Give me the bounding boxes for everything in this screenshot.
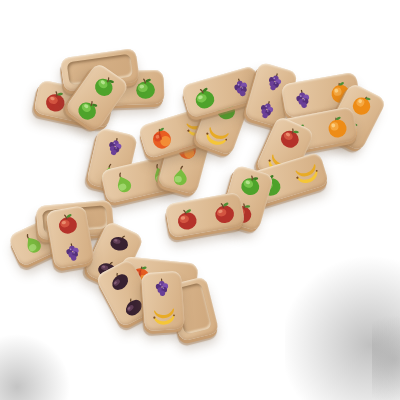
banana-icon [289,157,323,191]
red-apple-icon [52,208,82,238]
grapes-icon [287,83,318,114]
tile-grapes-banana[interactable] [141,271,185,332]
photo-vignette-right [372,300,400,400]
tile-half [143,300,185,332]
red-apple-icon [208,196,239,227]
tile-half [202,192,245,232]
orange-icon [321,111,353,143]
grapes-icon [148,273,176,301]
green-apple-icon [187,81,220,114]
photo-vignette-bottom-right [285,250,400,400]
table-surface [0,0,400,400]
red-apple-icon [171,203,202,234]
pear-icon [106,167,138,199]
banana-icon [150,302,178,330]
photo-vignette-bottom-left [0,332,72,400]
tile-half [141,271,183,303]
tile-half [315,106,359,147]
grapes-icon [57,236,87,266]
grapes-icon [100,130,131,161]
tile-red-apple-red-apple[interactable] [165,192,246,239]
pear-icon [164,160,196,192]
tile-half [165,198,208,238]
peach-icon [144,121,178,155]
